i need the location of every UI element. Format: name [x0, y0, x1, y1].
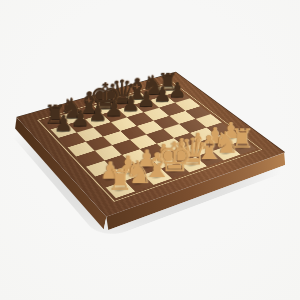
scene-3d: ♜♞♝♛♚♝♞♜♟♟♟♟♟♟♟♟♟♟♟♟♟♟♟♟♜♞♝♛♚♝♞♜ [0, 0, 300, 300]
product-render-canvas: ♜♞♝♛♚♝♞♜♟♟♟♟♟♟♟♟♟♟♟♟♟♟♟♟♜♞♝♛♚♝♞♜ [0, 0, 300, 300]
black-pawn-glyph: ♟ [34, 113, 94, 135]
chess-board: ♜♞♝♛♚♝♞♜♟♟♟♟♟♟♟♟♟♟♟♟♟♟♟♟♜♞♝♛♚♝♞♜ [16, 72, 285, 217]
